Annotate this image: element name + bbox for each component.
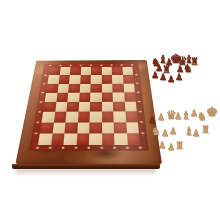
dark-pawn: ♟	[175, 73, 183, 82]
light-pawn: ♟	[167, 143, 175, 152]
light-knight: ♞	[197, 111, 207, 122]
light-pawn: ♟	[161, 129, 169, 138]
light-pawn: ♟	[158, 141, 166, 150]
light-pawn: ♟	[157, 113, 165, 122]
light-pawn: ♟	[169, 127, 177, 136]
light-pawn: ♟	[190, 109, 198, 118]
dark-pawn: ♟	[167, 75, 175, 84]
light-king: ♚	[206, 105, 218, 118]
light-pawn: ♟	[174, 112, 182, 121]
dark-pawn: ♟	[148, 116, 156, 125]
light-rook: ♜	[201, 125, 210, 135]
dark-knight: ♞	[183, 63, 193, 74]
light-pawn: ♟	[192, 129, 200, 138]
dark-pawn: ♟	[159, 73, 167, 82]
pieces: ♞♝♟♚♛♝♜♟♜♟♞♟♟♟♟♟♛♚♝♞♟♟♟♞♟♟♝♟♜♟♟♜	[0, 0, 220, 220]
light-rook: ♜	[175, 141, 184, 151]
product-photo: ♞♝♟♚♛♝♜♟♜♟♞♟♟♟♟♟♛♚♝♞♟♟♟♞♟♟♝♟♜♟♟♜	[0, 0, 220, 220]
dark-pawn: ♟	[151, 71, 159, 80]
light-knight: ♞	[151, 126, 161, 137]
